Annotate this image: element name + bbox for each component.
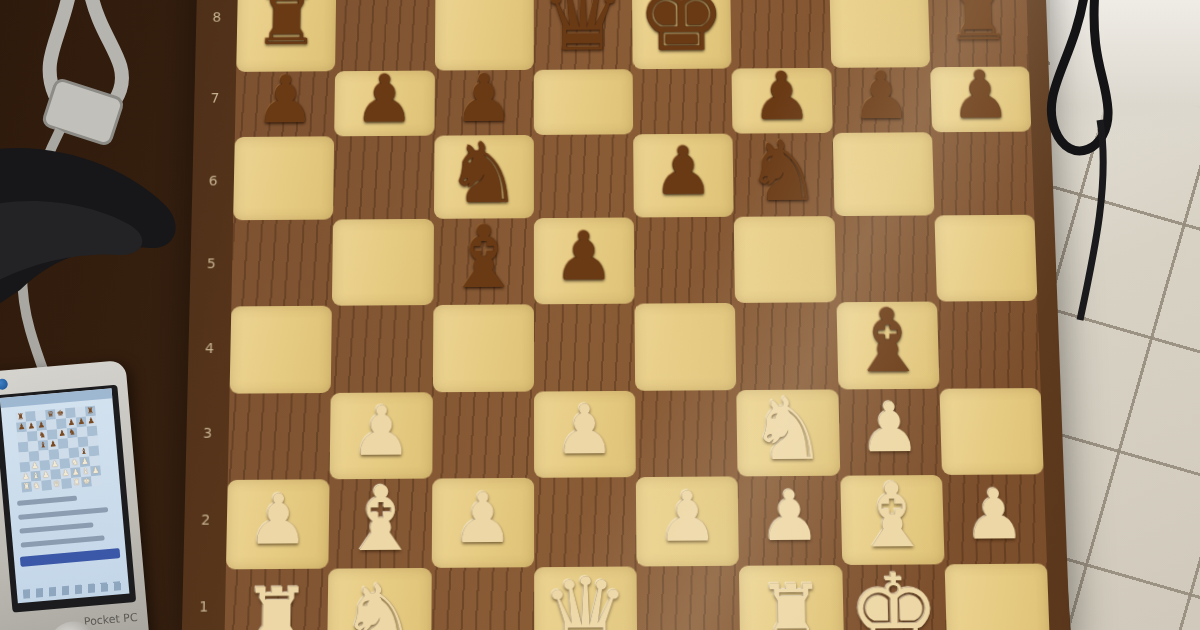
black-pawn-c7: ♟ (38, 421, 46, 430)
white-rook-f1: ♜ (73, 478, 81, 487)
black-knight-c6: ♞ (38, 431, 46, 440)
square-d6[interactable] (534, 134, 634, 218)
white-pawn-f2: ♟ (72, 468, 80, 477)
square-c3[interactable] (432, 392, 534, 479)
square-e4[interactable] (634, 303, 736, 391)
white-king-g1: ♚ (847, 560, 942, 630)
square-g7[interactable]: ♟ (831, 67, 932, 133)
black-pawn-b7: ♟ (28, 422, 36, 431)
pda-mini-chessboard: ♜♛♚♜♟♟♟♟♟♟♞♟♞♝♟♝♟♟♞♟♟♝♟♟♟♝♟♜♞♛♜♚ (15, 406, 102, 493)
white-pawn-c2: ♟ (42, 471, 50, 480)
white-pawn-a2: ♟ (247, 485, 310, 554)
black-bishop-g4: ♝ (80, 448, 88, 457)
white-pawn-c2: ♟ (452, 484, 514, 553)
black-king-e8: ♚ (637, 0, 726, 65)
black-rook-h8: ♜ (86, 407, 94, 416)
square-e1[interactable] (637, 566, 741, 630)
wall (1050, 0, 1200, 150)
hp-logo (0, 378, 8, 390)
square-e3[interactable] (635, 390, 738, 477)
black-rook-h8: ♜ (944, 0, 1012, 51)
pda-selected-row (20, 548, 120, 567)
white-bishop-b2: ♝ (340, 475, 421, 565)
rank-label-6: 6 (192, 139, 235, 222)
black-knight-f6: ♞ (745, 129, 823, 213)
black-bishop-g4: ♝ (847, 298, 928, 386)
black-pawn-a7: ♟ (18, 423, 26, 432)
black-queen-d8: ♛ (47, 410, 55, 419)
square-c5[interactable]: ♝ (433, 218, 534, 305)
black-pawn-b7: ♟ (354, 67, 414, 132)
square-a3[interactable] (228, 393, 331, 480)
rank-label-7: 7 (193, 57, 236, 139)
white-pawn-d3: ♟ (51, 460, 59, 469)
square-b6[interactable] (333, 136, 434, 220)
white-rook-f1: ♜ (757, 574, 827, 630)
white-pawn-g3: ♟ (858, 394, 921, 463)
square-h7[interactable]: ♟ (930, 67, 1031, 133)
white-queen-d1: ♛ (541, 564, 630, 630)
rank-label-1: 1 (181, 563, 226, 630)
black-king-e8: ♚ (57, 409, 65, 418)
white-pawn-d3: ♟ (554, 396, 616, 465)
square-a6[interactable] (233, 136, 334, 220)
square-h6[interactable] (932, 132, 1035, 216)
white-knight-f3: ♞ (71, 458, 79, 467)
white-pawn-b3: ♟ (31, 462, 39, 471)
square-d8[interactable]: ♛ (533, 0, 632, 70)
black-pawn-h7: ♟ (87, 417, 95, 426)
black-pawn-g7: ♟ (850, 64, 911, 129)
square-g1[interactable]: ♚ (842, 564, 948, 630)
rank-label-5: 5 (190, 222, 234, 306)
black-pawn-d5: ♟ (49, 440, 57, 449)
pda-text-line (19, 522, 93, 533)
square-d2[interactable] (534, 477, 637, 567)
black-pawn-a7: ♟ (255, 68, 316, 133)
square-h1[interactable] (944, 564, 1050, 630)
black-rook-a8: ♜ (253, 0, 320, 56)
black-knight-f6: ♞ (68, 429, 76, 438)
serial-connector (42, 78, 123, 145)
black-pawn-c7: ♟ (454, 66, 514, 131)
black-pawn-f7: ♟ (67, 419, 75, 428)
square-f6[interactable]: ♞ (733, 133, 834, 217)
black-bishop-c5: ♝ (444, 214, 523, 301)
black-clamp-handle-inner (0, 201, 142, 285)
pda-toolbar-icons (23, 581, 123, 599)
rank-label-4: 4 (188, 305, 232, 390)
square-a2[interactable]: ♟ (226, 479, 330, 569)
white-pawn-e2: ♟ (656, 483, 718, 552)
square-h3[interactable] (939, 388, 1043, 475)
square-f4[interactable] (735, 302, 838, 390)
square-g4[interactable]: ♝ (836, 302, 939, 390)
square-e6[interactable]: ♟ (633, 134, 734, 218)
square-f3[interactable]: ♞ (737, 389, 840, 476)
square-g6[interactable] (832, 132, 934, 216)
board-grid: ♜♛♚♜♟♟♟♟♟♟♞♟♞♝♟♝♟♟♞♟♟♝♟♟♟♝♟♜♞♛♜♚ (224, 0, 1050, 630)
square-a1[interactable]: ♜ (224, 569, 329, 630)
white-bishop-g2: ♝ (851, 471, 933, 561)
square-b4[interactable] (331, 305, 433, 393)
square-c4[interactable] (432, 304, 533, 392)
square-b5[interactable] (332, 219, 433, 306)
white-pawn-h2: ♟ (92, 467, 100, 476)
white-knight-b1: ♞ (340, 572, 419, 630)
square-b1[interactable]: ♞ (327, 568, 431, 630)
pda-chess-app: ♜♛♚♜♟♟♟♟♟♟♞♟♞♝♟♝♟♟♞♟♟♝♟♟♟♝♟♜♞♛♜♚ (0, 388, 129, 603)
white-rook-a1: ♜ (23, 483, 31, 492)
white-pawn-f2: ♟ (758, 482, 821, 551)
square-d5[interactable]: ♟ (534, 217, 635, 304)
square-a4[interactable] (230, 306, 333, 394)
black-rook-a8: ♜ (17, 413, 25, 422)
mini-square-h1 (91, 475, 102, 486)
black-clamp-handle (0, 148, 176, 310)
square-f1[interactable]: ♜ (739, 565, 844, 630)
square-h4[interactable] (937, 301, 1041, 389)
square-d3[interactable]: ♟ (534, 391, 636, 478)
square-e5[interactable] (634, 217, 735, 304)
square-b2[interactable]: ♝ (329, 479, 432, 569)
square-e8[interactable]: ♚ (632, 0, 732, 69)
square-h5[interactable] (934, 215, 1037, 302)
black-pawn-e6: ♟ (653, 139, 714, 205)
square-b7[interactable]: ♟ (334, 71, 434, 137)
square-f5[interactable] (734, 216, 836, 303)
white-knight-f3: ♞ (749, 386, 828, 473)
black-knight-c6: ♞ (445, 131, 521, 215)
black-pawn-g7: ♟ (77, 418, 85, 427)
white-pawn-h2: ♟ (962, 480, 1026, 549)
square-d1[interactable]: ♛ (534, 566, 637, 630)
black-queen-d8: ♛ (540, 0, 625, 64)
pda-titlebar (0, 388, 112, 408)
white-knight-b1: ♞ (33, 482, 41, 491)
white-rook-a1: ♜ (241, 578, 311, 630)
pda-text-line (18, 507, 108, 520)
black-pawn-h7: ♟ (949, 63, 1011, 128)
black-pawn-f7: ♟ (751, 64, 812, 129)
pda-text-line (17, 496, 77, 506)
rank-label-3: 3 (186, 390, 230, 476)
square-c2[interactable]: ♟ (431, 478, 534, 568)
white-bishop-g2: ♝ (82, 467, 90, 476)
white-queen-d1: ♛ (53, 480, 61, 489)
white-bishop-b2: ♝ (32, 472, 40, 481)
pda-screen: ♜♛♚♜♟♟♟♟♟♟♞♟♞♝♟♝♟♟♞♟♟♝♟♟♟♝♟♜♞♛♜♚ (0, 385, 136, 613)
black-pawn-e6: ♟ (58, 429, 66, 438)
white-pawn-g3: ♟ (81, 458, 89, 467)
square-d4[interactable] (534, 304, 635, 392)
black-bishop-c5: ♝ (39, 441, 47, 450)
white-pawn-a2: ♟ (22, 473, 30, 482)
pda-text-line (21, 535, 105, 547)
square-a7[interactable]: ♟ (235, 71, 335, 137)
square-f2[interactable]: ♟ (738, 476, 842, 566)
rank-label-8: 8 (195, 0, 238, 57)
white-pawn-e2: ♟ (62, 469, 70, 478)
chess-board: 87654321 ♜♛♚♜♟♟♟♟♟♟♞♟♞♝♟♝♟♟♞♟♟♝♟♟♟♝♟♜♞♛♜… (181, 0, 1070, 630)
white-king-g1: ♚ (83, 477, 91, 486)
square-d7[interactable] (534, 69, 634, 135)
square-e7[interactable] (633, 69, 733, 135)
photo-scene: 87654321 ♜♛♚♜♟♟♟♟♟♟♞♟♞♝♟♝♟♟♞♟♟♝♟♟♟♝♟♜♞♛♜… (0, 0, 1200, 630)
rank-label-2: 2 (183, 476, 227, 563)
pocket-pc-device: ♜♛♚♜♟♟♟♟♟♟♞♟♞♝♟♝♟♟♞♟♟♝♟♟♟♝♟♜♞♛♜♚ Pocket … (0, 360, 150, 630)
grey-cable (50, 0, 122, 117)
square-a5[interactable] (231, 220, 333, 307)
square-h2[interactable]: ♟ (942, 474, 1047, 564)
white-pawn-b3: ♟ (350, 397, 412, 466)
square-e2[interactable]: ♟ (636, 476, 739, 566)
square-c1[interactable] (431, 567, 534, 630)
black-pawn-d5: ♟ (554, 223, 615, 290)
